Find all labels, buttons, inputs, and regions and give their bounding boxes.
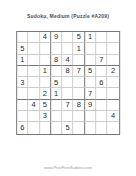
cell-r5c4[interactable]: 5 [51, 77, 62, 88]
sudoku-board: 495151184718752356217457893465 [16, 31, 120, 135]
cell-r1c5[interactable] [62, 32, 73, 43]
cell-r4c5[interactable]: 8 [62, 66, 73, 77]
cell-r4c8[interactable] [96, 66, 107, 77]
cell-r2c9[interactable] [108, 43, 119, 54]
cell-r9c6[interactable] [74, 122, 85, 133]
cell-r3c7[interactable] [85, 55, 96, 66]
cell-r6c9[interactable] [108, 88, 119, 99]
cell-r4c2[interactable] [28, 66, 39, 77]
cell-r8c8[interactable] [96, 111, 107, 122]
cell-r5c2[interactable] [28, 77, 39, 88]
cell-r8c4[interactable] [51, 111, 62, 122]
cell-r5c3[interactable] [40, 77, 51, 88]
cell-r2c8[interactable] [96, 43, 107, 54]
cell-r9c2[interactable] [28, 122, 39, 133]
cell-r4c6[interactable]: 7 [74, 66, 85, 77]
cell-r5c6[interactable] [74, 77, 85, 88]
cell-r2c1[interactable]: 5 [17, 43, 28, 54]
cell-r3c9[interactable] [108, 55, 119, 66]
cell-r3c5[interactable]: 4 [62, 55, 73, 66]
cell-r8c1[interactable] [17, 111, 28, 122]
cell-r1c4[interactable]: 9 [51, 32, 62, 43]
cell-r2c3[interactable] [40, 43, 51, 54]
cell-r1c6[interactable]: 5 [74, 32, 85, 43]
cell-r1c9[interactable] [108, 32, 119, 43]
cell-r7c5[interactable]: 7 [62, 100, 73, 111]
cell-r9c8[interactable] [96, 122, 107, 133]
cell-r4c3[interactable]: 1 [40, 66, 51, 77]
cell-r9c7[interactable] [85, 122, 96, 133]
cell-r1c1[interactable] [17, 32, 28, 43]
page: Sudoku, Medium (Puzzle #A209) 4951511847… [0, 0, 136, 176]
cell-r3c3[interactable] [40, 55, 51, 66]
cell-r8c2[interactable] [28, 111, 39, 122]
page-title: Sudoku, Medium (Puzzle #A209) [0, 13, 136, 19]
cell-r2c7[interactable] [85, 43, 96, 54]
cell-r6c5[interactable] [62, 88, 73, 99]
cell-r7c6[interactable]: 8 [74, 100, 85, 111]
cell-r7c1[interactable] [17, 100, 28, 111]
cell-r1c8[interactable] [96, 32, 107, 43]
cell-r8c7[interactable] [85, 111, 96, 122]
cell-r7c9[interactable] [108, 100, 119, 111]
cell-r4c1[interactable] [17, 66, 28, 77]
cell-r9c4[interactable] [51, 122, 62, 133]
cell-r8c6[interactable] [74, 111, 85, 122]
cell-r2c6[interactable]: 1 [74, 43, 85, 54]
cell-r6c2[interactable] [28, 88, 39, 99]
cell-r6c4[interactable]: 1 [51, 88, 62, 99]
cell-r7c3[interactable]: 5 [40, 100, 51, 111]
cell-r5c7[interactable] [85, 77, 96, 88]
cell-r7c4[interactable] [51, 100, 62, 111]
cell-r9c3[interactable] [40, 122, 51, 133]
cell-r5c8[interactable]: 6 [96, 77, 107, 88]
cell-r3c4[interactable]: 8 [51, 55, 62, 66]
cell-r5c1[interactable]: 3 [17, 77, 28, 88]
footer-url: www.PrintFreeSudoku.com [0, 165, 136, 170]
cell-r6c1[interactable] [17, 88, 28, 99]
cell-r7c8[interactable] [96, 100, 107, 111]
cell-r1c3[interactable]: 4 [40, 32, 51, 43]
cell-r6c7[interactable]: 7 [85, 88, 96, 99]
cell-r6c6[interactable] [74, 88, 85, 99]
cell-r2c5[interactable] [62, 43, 73, 54]
cell-r3c2[interactable] [28, 55, 39, 66]
cell-r2c4[interactable] [51, 43, 62, 54]
cell-r8c9[interactable]: 4 [108, 111, 119, 122]
cell-r3c1[interactable]: 1 [17, 55, 28, 66]
cell-r7c2[interactable]: 4 [28, 100, 39, 111]
cell-r8c3[interactable]: 3 [40, 111, 51, 122]
cell-r9c1[interactable]: 6 [17, 122, 28, 133]
cell-r4c9[interactable]: 2 [108, 66, 119, 77]
cell-r1c2[interactable] [28, 32, 39, 43]
cell-r1c7[interactable]: 1 [85, 32, 96, 43]
cell-r6c3[interactable]: 2 [40, 88, 51, 99]
cell-r6c8[interactable] [96, 88, 107, 99]
cell-r4c7[interactable]: 5 [85, 66, 96, 77]
cell-r9c9[interactable] [108, 122, 119, 133]
cell-r9c5[interactable]: 5 [62, 122, 73, 133]
cell-r4c4[interactable] [51, 66, 62, 77]
cell-r7c7[interactable]: 9 [85, 100, 96, 111]
cell-r5c9[interactable] [108, 77, 119, 88]
cell-r8c5[interactable] [62, 111, 73, 122]
cell-r2c2[interactable] [28, 43, 39, 54]
cell-r3c6[interactable] [74, 55, 85, 66]
cell-r5c5[interactable] [62, 77, 73, 88]
cell-r3c8[interactable]: 7 [96, 55, 107, 66]
